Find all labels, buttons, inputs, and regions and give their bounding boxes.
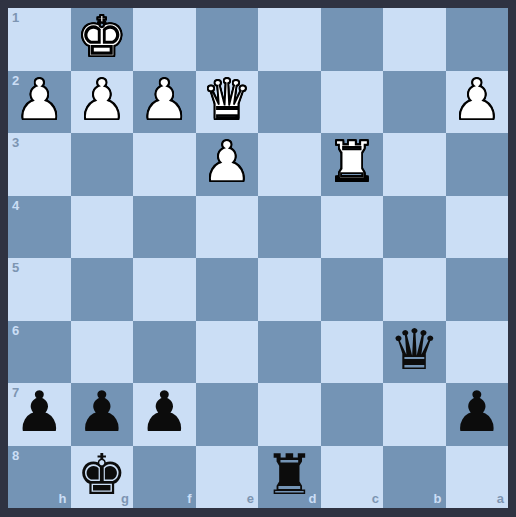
piece-white-pawn[interactable]: ♟ [202,134,252,190]
square-a2[interactable]: ♟ [446,71,509,134]
piece-black-pawn[interactable]: ♟ [452,384,502,440]
square-c6[interactable] [321,321,384,384]
rank-label-4: 4 [12,199,19,212]
piece-black-king[interactable]: ♚ [77,447,127,503]
square-e1[interactable] [196,8,259,71]
piece-white-king[interactable]: ♚ [77,9,127,65]
file-label-a: a [497,492,504,505]
square-c2[interactable] [321,71,384,134]
square-h3[interactable]: 3 [8,133,71,196]
square-f2[interactable]: ♟ [133,71,196,134]
square-g5[interactable] [71,258,134,321]
square-b1[interactable] [383,8,446,71]
square-b6[interactable]: ♛ [383,321,446,384]
square-c7[interactable] [321,383,384,446]
piece-white-queen[interactable]: ♛ [202,72,252,128]
square-b7[interactable] [383,383,446,446]
square-b2[interactable] [383,71,446,134]
piece-black-pawn[interactable]: ♟ [14,384,64,440]
square-f6[interactable] [133,321,196,384]
square-c5[interactable] [321,258,384,321]
square-a6[interactable] [446,321,509,384]
square-h4[interactable]: 4 [8,196,71,259]
square-h1[interactable]: 1 [8,8,71,71]
file-label-h: h [59,492,67,505]
square-e3[interactable]: ♟ [196,133,259,196]
rank-label-1: 1 [12,11,19,24]
rank-label-3: 3 [12,136,19,149]
file-label-b: b [434,492,442,505]
square-a5[interactable] [446,258,509,321]
square-f1[interactable] [133,8,196,71]
square-a1[interactable] [446,8,509,71]
chess-board-frame: 1♚2♟♟♟♛♟3♟♜456♛7♟♟♟♟8hg♚fed♜cba [0,0,516,517]
piece-black-pawn[interactable]: ♟ [139,384,189,440]
square-c3[interactable]: ♜ [321,133,384,196]
square-d8[interactable]: d♜ [258,446,321,509]
rank-label-8: 8 [12,449,19,462]
square-g3[interactable] [71,133,134,196]
piece-white-pawn[interactable]: ♟ [452,72,502,128]
square-b4[interactable] [383,196,446,259]
square-d6[interactable] [258,321,321,384]
square-e4[interactable] [196,196,259,259]
square-b8[interactable]: b [383,446,446,509]
square-e5[interactable] [196,258,259,321]
square-g7[interactable]: ♟ [71,383,134,446]
square-c8[interactable]: c [321,446,384,509]
file-label-f: f [187,492,191,505]
piece-black-queen[interactable]: ♛ [389,322,439,378]
square-h2[interactable]: 2♟ [8,71,71,134]
rank-label-6: 6 [12,324,19,337]
piece-white-rook[interactable]: ♜ [327,134,377,190]
square-g8[interactable]: g♚ [71,446,134,509]
square-g6[interactable] [71,321,134,384]
square-a7[interactable]: ♟ [446,383,509,446]
square-g1[interactable]: ♚ [71,8,134,71]
piece-white-pawn[interactable]: ♟ [139,72,189,128]
square-e2[interactable]: ♛ [196,71,259,134]
square-d1[interactable] [258,8,321,71]
square-e8[interactable]: e [196,446,259,509]
square-d7[interactable] [258,383,321,446]
piece-black-rook[interactable]: ♜ [264,447,314,503]
file-label-e: e [247,492,254,505]
piece-black-pawn[interactable]: ♟ [77,384,127,440]
square-d3[interactable] [258,133,321,196]
square-c1[interactable] [321,8,384,71]
square-d5[interactable] [258,258,321,321]
square-d4[interactable] [258,196,321,259]
square-g2[interactable]: ♟ [71,71,134,134]
rank-label-5: 5 [12,261,19,274]
square-h8[interactable]: 8h [8,446,71,509]
square-g4[interactable] [71,196,134,259]
square-h7[interactable]: 7♟ [8,383,71,446]
square-a4[interactable] [446,196,509,259]
square-h5[interactable]: 5 [8,258,71,321]
square-a3[interactable] [446,133,509,196]
square-f7[interactable]: ♟ [133,383,196,446]
square-f4[interactable] [133,196,196,259]
chess-board: 1♚2♟♟♟♛♟3♟♜456♛7♟♟♟♟8hg♚fed♜cba [8,8,508,508]
square-e7[interactable] [196,383,259,446]
square-f8[interactable]: f [133,446,196,509]
square-b5[interactable] [383,258,446,321]
square-e6[interactable] [196,321,259,384]
piece-white-pawn[interactable]: ♟ [14,72,64,128]
file-label-c: c [372,492,379,505]
square-f5[interactable] [133,258,196,321]
square-c4[interactable] [321,196,384,259]
square-f3[interactable] [133,133,196,196]
square-d2[interactable] [258,71,321,134]
square-a8[interactable]: a [446,446,509,509]
piece-white-pawn[interactable]: ♟ [77,72,127,128]
square-b3[interactable] [383,133,446,196]
square-h6[interactable]: 6 [8,321,71,384]
